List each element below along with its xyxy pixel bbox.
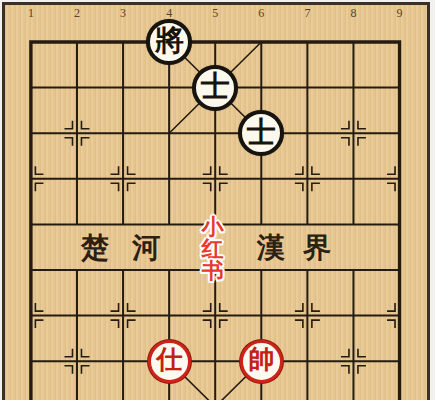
- black-advisor-1-glyph: 士: [201, 72, 230, 101]
- intersection-f6-r8: 帥: [238, 338, 284, 384]
- xiangqi-screenshot: 123456789 楚河漢界小红书 將士士仕帥: [0, 0, 435, 400]
- file-label-8: 8: [350, 7, 356, 19]
- black-general-glyph: 將: [155, 26, 184, 55]
- intersection-f4-r8: 仕: [146, 338, 192, 384]
- file-label-5: 5: [212, 7, 218, 19]
- piece-red-general[interactable]: 帥: [240, 340, 283, 383]
- intersection-f5-r2: 士: [192, 65, 238, 111]
- file-label-2: 2: [74, 7, 80, 19]
- file-label-7: 7: [304, 7, 310, 19]
- xiangqi-board: 將士士仕帥: [8, 19, 423, 400]
- file-label-3: 3: [120, 7, 126, 19]
- intersection-f6-r3: 士: [238, 110, 284, 156]
- black-advisor-2-glyph: 士: [247, 118, 276, 147]
- piece-black-advisor-1[interactable]: 士: [192, 65, 238, 111]
- red-advisor-glyph: 仕: [156, 347, 182, 373]
- intersection-f4-r1: 將: [146, 19, 192, 65]
- piece-red-advisor[interactable]: 仕: [148, 340, 191, 383]
- file-label-4: 4: [166, 7, 172, 19]
- piece-black-general[interactable]: 將: [146, 19, 192, 65]
- file-label-1: 1: [28, 7, 34, 19]
- piece-black-advisor-2[interactable]: 士: [238, 110, 284, 156]
- file-label-9: 9: [397, 7, 403, 19]
- file-label-6: 6: [258, 7, 264, 19]
- red-general-glyph: 帥: [248, 347, 274, 373]
